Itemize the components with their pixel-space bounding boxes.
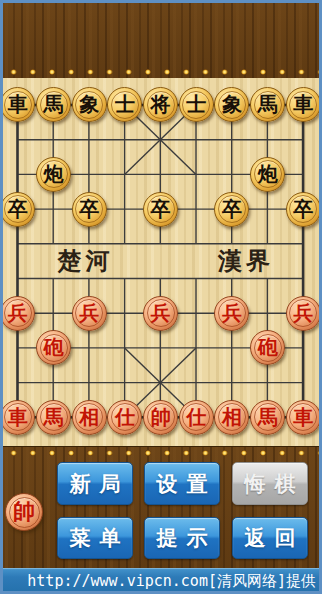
board-point[interactable] [71,226,107,261]
board-point[interactable] [143,226,179,261]
board-point[interactable]: 士 [107,88,143,123]
board-point[interactable]: 相 [71,400,107,435]
piece-red[interactable]: 車 [286,400,321,435]
board-point[interactable]: 車 [0,400,36,435]
board-point[interactable] [0,330,36,365]
board-point[interactable] [71,261,107,296]
piece-black[interactable]: 馬 [36,87,71,122]
menu-button[interactable]: 菜单 [57,517,133,559]
board-point[interactable]: 象 [214,88,250,123]
board-point[interactable]: 帥 [143,400,179,435]
board-point[interactable]: 馬 [250,400,286,435]
board-point[interactable] [178,157,214,192]
settings-button[interactable]: 设置 [144,462,220,505]
board-point[interactable] [214,365,250,400]
piece-red[interactable]: 仕 [179,400,214,435]
new-game-button[interactable]: 新局 [57,462,133,505]
board-point[interactable] [36,261,72,296]
board-point[interactable] [71,157,107,192]
board-point[interactable]: 炮 [36,157,72,192]
board-point[interactable] [214,261,250,296]
board-point[interactable] [36,365,72,400]
board-point[interactable] [286,330,322,365]
piece-red[interactable]: 帥 [143,400,178,435]
board-point[interactable]: 車 [286,400,322,435]
piece-black[interactable]: 車 [0,87,35,122]
board-point[interactable]: 兵 [71,296,107,331]
board-point[interactable] [214,157,250,192]
board-point[interactable] [36,296,72,331]
board-point[interactable] [178,122,214,157]
board-point[interactable]: 仕 [107,400,143,435]
board-point[interactable] [71,365,107,400]
xiangqi-board: 楚河 漢界 車馬象士将士象馬車炮炮卒卒卒卒卒兵兵兵兵兵砲砲車馬相仕帥仕相馬車 [0,78,322,446]
board-point[interactable] [71,330,107,365]
piece-red[interactable]: 砲 [250,330,285,365]
board-point[interactable] [107,226,143,261]
piece-black[interactable]: 象 [72,87,107,122]
board-point[interactable] [107,122,143,157]
board-point[interactable] [178,192,214,227]
board-point[interactable] [214,226,250,261]
board-point[interactable] [178,365,214,400]
turn-indicator-red-general: 帥 [5,493,43,531]
piece-red[interactable]: 仕 [107,400,142,435]
piece-black[interactable]: 車 [286,87,321,122]
piece-red[interactable]: 馬 [36,400,71,435]
board-point[interactable]: 士 [178,88,214,123]
board-point[interactable]: 馬 [36,88,72,123]
board-point[interactable]: 卒 [71,192,107,227]
board-point[interactable] [250,261,286,296]
credit-url: http://www.vipcn.com[清风网络]提供 [27,572,322,591]
board-point[interactable] [178,330,214,365]
piece-black[interactable]: 馬 [250,87,285,122]
board-point[interactable]: 砲 [36,330,72,365]
footer-bar: http://www.vipcn.com[清风网络]提供 [0,568,322,594]
board-point[interactable] [0,122,36,157]
board-point[interactable]: 車 [0,88,36,123]
board-point[interactable]: 卒 [214,192,250,227]
board-point[interactable] [107,330,143,365]
board-point[interactable] [178,226,214,261]
board-point[interactable]: 卒 [286,192,322,227]
board-point[interactable]: 仕 [178,400,214,435]
board-point[interactable]: 砲 [250,330,286,365]
piece-red[interactable]: 相 [72,400,107,435]
board-point[interactable]: 象 [71,88,107,123]
board-point[interactable] [36,122,72,157]
board-point[interactable]: 馬 [36,400,72,435]
board-point[interactable] [214,122,250,157]
piece-red[interactable]: 砲 [36,330,71,365]
board-point[interactable] [0,365,36,400]
board-point[interactable] [143,157,179,192]
piece-black[interactable]: 士 [179,87,214,122]
piece-red[interactable]: 車 [0,400,35,435]
piece-red[interactable]: 馬 [250,400,285,435]
board-point[interactable]: 相 [214,400,250,435]
board-point[interactable] [250,192,286,227]
board-point[interactable] [178,261,214,296]
board-point[interactable]: 兵 [0,296,36,331]
board-point[interactable]: 車 [286,88,322,123]
piece-black[interactable]: 象 [214,87,249,122]
piece-black[interactable]: 炮 [36,157,71,192]
board-point[interactable] [107,157,143,192]
piece-black[interactable]: 将 [143,87,178,122]
xiangqi-app: 楚河 漢界 車馬象士将士象馬車炮炮卒卒卒卒卒兵兵兵兵兵砲砲車馬相仕帥仕相馬車 帥… [0,0,322,594]
piece-black[interactable]: 卒 [0,192,35,227]
board-point[interactable]: 将 [143,88,179,123]
board-point[interactable]: 兵 [286,296,322,331]
board-point[interactable]: 兵 [214,296,250,331]
board-point[interactable] [286,226,322,261]
piece-black[interactable]: 卒 [214,192,249,227]
hint-button[interactable]: 提示 [144,517,220,559]
board-point[interactable] [107,261,143,296]
piece-black[interactable]: 卒 [143,192,178,227]
board-point[interactable] [0,226,36,261]
board-point[interactable] [107,365,143,400]
piece-red[interactable]: 相 [214,400,249,435]
board-point[interactable]: 卒 [0,192,36,227]
board-point[interactable] [0,261,36,296]
piece-red[interactable]: 兵 [0,296,35,331]
back-button[interactable]: 返回 [232,517,308,559]
board-point[interactable] [143,365,179,400]
piece-black[interactable]: 炮 [250,157,285,192]
board-point[interactable]: 卒 [143,192,179,227]
piece-red[interactable]: 兵 [214,296,249,331]
board-point[interactable] [214,330,250,365]
board-point[interactable]: 兵 [143,296,179,331]
board-point[interactable] [250,122,286,157]
piece-red[interactable]: 兵 [286,296,321,331]
piece-black[interactable]: 士 [107,87,142,122]
board-point[interactable] [36,192,72,227]
board-point[interactable] [71,122,107,157]
board-point[interactable] [36,226,72,261]
board-point[interactable] [286,365,322,400]
board-point[interactable] [250,296,286,331]
board-point[interactable] [0,157,36,192]
board-point[interactable] [250,365,286,400]
board-point[interactable]: 炮 [250,157,286,192]
board-point[interactable] [286,261,322,296]
board-point[interactable] [143,122,179,157]
board-point[interactable]: 馬 [250,88,286,123]
piece-black[interactable]: 卒 [72,192,107,227]
board-grid: 車馬象士将士象馬車炮炮卒卒卒卒卒兵兵兵兵兵砲砲車馬相仕帥仕相馬車 [0,88,321,435]
piece-black[interactable]: 卒 [286,192,321,227]
board-point[interactable] [250,226,286,261]
piece-red[interactable]: 兵 [143,296,178,331]
board-point[interactable] [107,192,143,227]
piece-red[interactable]: 兵 [72,296,107,331]
stud-row-bottom [0,448,322,458]
board-point[interactable] [143,261,179,296]
board-point[interactable] [286,122,322,157]
board-point[interactable] [178,296,214,331]
undo-button[interactable]: 悔棋 [232,462,308,505]
board-point[interactable] [143,330,179,365]
board-point[interactable] [107,296,143,331]
stud-row-top [0,67,322,77]
board-point[interactable] [286,157,322,192]
